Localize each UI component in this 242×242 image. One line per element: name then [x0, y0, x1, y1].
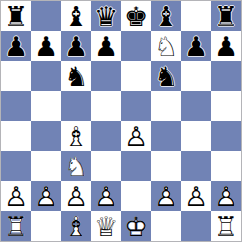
- square-d7[interactable]: ♟: [91, 31, 121, 61]
- piece-outline-glyph: ♗: [61, 121, 91, 151]
- square-a3[interactable]: [1, 151, 31, 181]
- square-g6[interactable]: [181, 61, 211, 91]
- square-d1[interactable]: ♛♕: [91, 211, 121, 241]
- piece-black-pawn[interactable]: ♟: [61, 31, 91, 61]
- square-h7[interactable]: ♟: [211, 31, 241, 61]
- piece-outline-glyph: ♙: [31, 181, 61, 211]
- piece-black-pawn[interactable]: ♟: [181, 31, 211, 61]
- piece-white-pawn[interactable]: ♟♙: [121, 121, 151, 151]
- piece-outline-glyph: ♙: [151, 181, 181, 211]
- square-f3[interactable]: [151, 151, 181, 181]
- piece-white-rook[interactable]: ♜♖: [1, 211, 31, 241]
- square-g8[interactable]: [181, 1, 211, 31]
- piece-black-bishop[interactable]: ♝: [151, 1, 181, 31]
- piece-white-pawn[interactable]: ♟♙: [181, 181, 211, 211]
- square-e1[interactable]: ♚♔: [121, 211, 151, 241]
- square-g3[interactable]: [181, 151, 211, 181]
- piece-white-pawn[interactable]: ♟♙: [31, 181, 61, 211]
- square-f7[interactable]: ♞♘: [151, 31, 181, 61]
- square-d2[interactable]: ♟♙: [91, 181, 121, 211]
- piece-outline-glyph: ♙: [121, 121, 151, 151]
- square-b5[interactable]: [31, 91, 61, 121]
- square-a6[interactable]: [1, 61, 31, 91]
- square-a4[interactable]: [1, 121, 31, 151]
- piece-fill-glyph: ♚: [121, 1, 151, 31]
- square-h4[interactable]: [211, 121, 241, 151]
- piece-white-pawn[interactable]: ♟♙: [211, 181, 241, 211]
- piece-outline-glyph: ♖: [1, 211, 31, 241]
- square-h1[interactable]: ♜♖: [211, 211, 241, 241]
- square-f2[interactable]: ♟♙: [151, 181, 181, 211]
- square-g1[interactable]: [181, 211, 211, 241]
- square-d4[interactable]: [91, 121, 121, 151]
- piece-outline-glyph: ♙: [1, 181, 31, 211]
- piece-outline-glyph: ♘: [61, 151, 91, 181]
- piece-black-knight[interactable]: ♞: [61, 61, 91, 91]
- square-d8[interactable]: ♛: [91, 1, 121, 31]
- square-e5[interactable]: [121, 91, 151, 121]
- piece-fill-glyph: ♜: [211, 1, 241, 31]
- piece-outline-glyph: ♙: [91, 181, 121, 211]
- square-f1[interactable]: [151, 211, 181, 241]
- piece-black-pawn[interactable]: ♟: [211, 31, 241, 61]
- square-e4[interactable]: ♟♙: [121, 121, 151, 151]
- square-g5[interactable]: [181, 91, 211, 121]
- square-d6[interactable]: [91, 61, 121, 91]
- square-e6[interactable]: [121, 61, 151, 91]
- square-c3[interactable]: ♞♘: [61, 151, 91, 181]
- square-a1[interactable]: ♜♖: [1, 211, 31, 241]
- square-b6[interactable]: [31, 61, 61, 91]
- piece-black-pawn[interactable]: ♟: [1, 31, 31, 61]
- piece-fill-glyph: ♟: [211, 31, 241, 61]
- piece-fill-glyph: ♟: [181, 31, 211, 61]
- piece-black-king[interactable]: ♚: [121, 1, 151, 31]
- square-b7[interactable]: ♟: [31, 31, 61, 61]
- square-e2[interactable]: [121, 181, 151, 211]
- piece-black-rook[interactable]: ♜: [1, 1, 31, 31]
- piece-black-knight[interactable]: ♞: [151, 61, 181, 91]
- piece-fill-glyph: ♟: [31, 31, 61, 61]
- square-b8[interactable]: [31, 1, 61, 31]
- piece-outline-glyph: ♗: [61, 211, 91, 241]
- square-b4[interactable]: [31, 121, 61, 151]
- square-g7[interactable]: ♟: [181, 31, 211, 61]
- piece-black-bishop[interactable]: ♝: [61, 1, 91, 31]
- square-g4[interactable]: [181, 121, 211, 151]
- piece-fill-glyph: ♛: [91, 1, 121, 31]
- square-b3[interactable]: [31, 151, 61, 181]
- piece-fill-glyph: ♝: [61, 1, 91, 31]
- square-d5[interactable]: [91, 91, 121, 121]
- square-a2[interactable]: ♟♙: [1, 181, 31, 211]
- piece-fill-glyph: ♟: [1, 31, 31, 61]
- square-c2[interactable]: ♟♙: [61, 181, 91, 211]
- piece-outline-glyph: ♕: [91, 211, 121, 241]
- piece-white-rook[interactable]: ♜♖: [211, 211, 241, 241]
- piece-white-pawn[interactable]: ♟♙: [151, 181, 181, 211]
- piece-white-pawn[interactable]: ♟♙: [91, 181, 121, 211]
- piece-fill-glyph: ♝: [151, 1, 181, 31]
- piece-white-bishop[interactable]: ♝♗: [61, 121, 91, 151]
- square-e7[interactable]: [121, 31, 151, 61]
- piece-black-queen[interactable]: ♛: [91, 1, 121, 31]
- piece-fill-glyph: ♟: [61, 31, 91, 61]
- piece-fill-glyph: ♞: [151, 61, 181, 91]
- square-e3[interactable]: [121, 151, 151, 181]
- square-f8[interactable]: ♝: [151, 1, 181, 31]
- piece-black-rook[interactable]: ♜: [211, 1, 241, 31]
- piece-outline-glyph: ♙: [181, 181, 211, 211]
- square-b2[interactable]: ♟♙: [31, 181, 61, 211]
- square-g2[interactable]: ♟♙: [181, 181, 211, 211]
- piece-fill-glyph: ♞: [61, 61, 91, 91]
- chess-board: ♜♝♛♚♝♜♟♟♟♟♞♘♟♟♞♞♝♗♟♙♞♘♟♙♟♙♟♙♟♙♟♙♟♙♟♙♜♖♝♗…: [0, 0, 242, 242]
- piece-outline-glyph: ♔: [121, 211, 151, 241]
- piece-white-pawn[interactable]: ♟♙: [61, 181, 91, 211]
- square-c4[interactable]: ♝♗: [61, 121, 91, 151]
- square-h3[interactable]: [211, 151, 241, 181]
- piece-white-bishop[interactable]: ♝♗: [61, 211, 91, 241]
- square-f6[interactable]: ♞: [151, 61, 181, 91]
- square-d3[interactable]: [91, 151, 121, 181]
- square-b1[interactable]: [31, 211, 61, 241]
- square-a5[interactable]: [1, 91, 31, 121]
- piece-outline-glyph: ♙: [61, 181, 91, 211]
- square-f4[interactable]: [151, 121, 181, 151]
- square-a7[interactable]: ♟: [1, 31, 31, 61]
- piece-white-pawn[interactable]: ♟♙: [1, 181, 31, 211]
- piece-white-queen[interactable]: ♛♕: [91, 211, 121, 241]
- square-c1[interactable]: ♝♗: [61, 211, 91, 241]
- square-e8[interactable]: ♚: [121, 1, 151, 31]
- square-h2[interactable]: ♟♙: [211, 181, 241, 211]
- square-c5[interactable]: [61, 91, 91, 121]
- piece-outline-glyph: ♖: [211, 211, 241, 241]
- square-f5[interactable]: [151, 91, 181, 121]
- square-c8[interactable]: ♝: [61, 1, 91, 31]
- square-h8[interactable]: ♜: [211, 1, 241, 31]
- piece-fill-glyph: ♟: [91, 31, 121, 61]
- piece-black-pawn[interactable]: ♟: [31, 31, 61, 61]
- piece-white-knight[interactable]: ♞♘: [61, 151, 91, 181]
- piece-outline-glyph: ♙: [211, 181, 241, 211]
- piece-black-pawn[interactable]: ♟: [91, 31, 121, 61]
- square-a8[interactable]: ♜: [1, 1, 31, 31]
- piece-outline-glyph: ♘: [151, 31, 181, 61]
- piece-white-king[interactable]: ♚♔: [121, 211, 151, 241]
- square-c6[interactable]: ♞: [61, 61, 91, 91]
- square-c7[interactable]: ♟: [61, 31, 91, 61]
- square-h5[interactable]: [211, 91, 241, 121]
- chess-board-wrap: ♜♝♛♚♝♜♟♟♟♟♞♘♟♟♞♞♝♗♟♙♞♘♟♙♟♙♟♙♟♙♟♙♟♙♟♙♜♖♝♗…: [0, 0, 242, 242]
- square-h6[interactable]: [211, 61, 241, 91]
- piece-fill-glyph: ♜: [1, 1, 31, 31]
- piece-white-knight[interactable]: ♞♘: [151, 31, 181, 61]
